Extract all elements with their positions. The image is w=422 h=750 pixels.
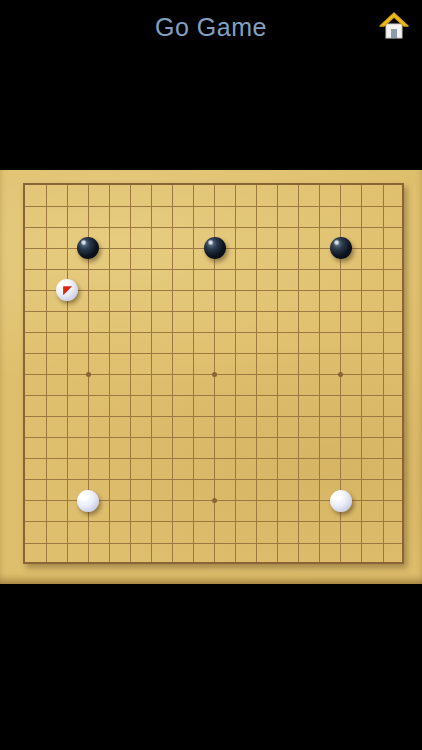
- stone-black-q16: [330, 237, 352, 259]
- star-point: [212, 372, 217, 377]
- home-icon: [378, 11, 410, 43]
- grid-line-horizontal: [25, 458, 402, 459]
- grid-line-vertical: [256, 185, 257, 562]
- grid-line-horizontal: [25, 479, 402, 480]
- star-point: [86, 372, 91, 377]
- grid-line-horizontal: [25, 543, 402, 544]
- top-bar: Go Game: [0, 0, 422, 56]
- grid-line-vertical: [298, 185, 299, 562]
- board-grid[interactable]: [23, 183, 404, 564]
- grid-line-vertical: [361, 185, 362, 562]
- app-screen: Go Game: [0, 0, 422, 750]
- stone-white-c14: [56, 279, 78, 301]
- home-button[interactable]: [376, 8, 412, 46]
- star-point: [212, 498, 217, 503]
- grid-line-horizontal: [25, 437, 402, 438]
- grid-line-vertical: [319, 185, 320, 562]
- grid-line-vertical: [277, 185, 278, 562]
- stone-black-d16: [77, 237, 99, 259]
- page-title: Go Game: [0, 13, 422, 42]
- go-board[interactable]: [0, 170, 422, 584]
- grid-line-vertical: [383, 185, 384, 562]
- last-move-marker: [63, 286, 72, 295]
- stone-white-q4: [330, 490, 352, 512]
- grid-line-horizontal: [25, 395, 402, 396]
- star-point: [338, 372, 343, 377]
- stone-white-d4: [77, 490, 99, 512]
- grid-line-horizontal: [25, 416, 402, 417]
- grid-line-horizontal: [25, 521, 402, 522]
- grid-line-vertical: [235, 185, 236, 562]
- stone-black-k16: [204, 237, 226, 259]
